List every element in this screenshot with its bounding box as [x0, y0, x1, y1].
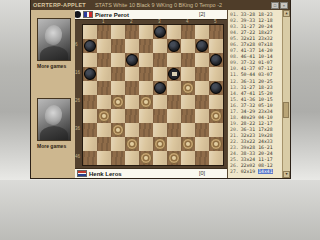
move-w-21[interactable]: 32x23 [241, 133, 255, 138]
draughts-board [82, 24, 224, 166]
move-w-26[interactable]: 22x02 [241, 163, 255, 168]
move-n-26[interactable]: 26. [230, 163, 239, 168]
move-n-5[interactable]: 05. [230, 36, 239, 41]
move-b-26[interactable]: 08-12 [258, 163, 272, 168]
white-man-square-28[interactable] [140, 96, 152, 108]
board-square-light [195, 25, 209, 39]
move-n-15[interactable]: 15. [230, 97, 239, 102]
move-w-1[interactable]: 33-28 [241, 12, 255, 17]
move-b-17[interactable]: 23x34 [258, 109, 272, 114]
move-b-25[interactable]: 11-17 [258, 157, 272, 162]
restore-window-button[interactable]: □ [271, 2, 279, 9]
board-square-light [97, 151, 111, 165]
board-square-17[interactable] [111, 67, 125, 81]
move-n-23[interactable]: 23. [230, 145, 239, 150]
board-square-9[interactable] [167, 39, 181, 53]
move-w-5[interactable]: 32x21 [241, 36, 255, 41]
move-n-24[interactable]: 24. [230, 151, 239, 156]
row-label-26: 26 [75, 99, 80, 103]
board-square-light [209, 67, 223, 81]
move-b-24[interactable]: 20-24 [258, 151, 272, 156]
board-square-light [181, 95, 195, 109]
board-square-34[interactable] [181, 109, 195, 123]
window-title: OERTERP-APPLET [33, 2, 86, 8]
board-square-1[interactable] [97, 25, 111, 39]
move-b-14[interactable]: 15-20 [258, 91, 272, 96]
move-b-22[interactable]: 24x33 [258, 139, 272, 144]
board-square-26[interactable] [83, 95, 97, 109]
move-b-20[interactable]: 17x28 [258, 127, 272, 132]
board-square-light [83, 25, 97, 39]
move-list-scrollbar[interactable]: ▲ ▼ [282, 10, 290, 178]
board-square-16[interactable] [83, 67, 97, 81]
move-b-1[interactable]: 18-23 [258, 12, 272, 17]
board-square-light [139, 81, 153, 95]
player-bar-top: Pierre Perot [2] [75, 10, 227, 20]
move-n-21[interactable]: 21. [230, 133, 239, 138]
player-name-top: Pierre Perot [95, 12, 129, 18]
board-square-5[interactable] [209, 25, 223, 39]
board-square-light [111, 25, 125, 39]
board-square-light [97, 95, 111, 109]
board-square-15[interactable] [209, 53, 223, 67]
board-square-47[interactable] [111, 151, 125, 165]
sidebar: More games More games [31, 10, 75, 178]
column-label-1: 1 [102, 20, 105, 24]
board-square-36[interactable] [83, 123, 97, 137]
player-photo-top [37, 18, 71, 61]
board-square-19[interactable] [167, 67, 181, 81]
board-square-28[interactable] [139, 95, 153, 109]
move-w-8[interactable]: 46-41 [241, 54, 255, 59]
board-square-35[interactable] [209, 109, 223, 123]
move-w-6[interactable]: 37x28 [241, 42, 255, 47]
board-square-light [97, 67, 111, 81]
board-square-light [125, 95, 139, 109]
applet-content: More games More games Pierre Perot [2] 1… [31, 10, 290, 178]
move-b-21[interactable]: 19x28 [258, 133, 272, 138]
board-square-18[interactable] [139, 67, 153, 81]
row-label-36: 36 [75, 127, 80, 131]
black-man-square-10[interactable] [196, 40, 208, 52]
white-man-square-45[interactable] [210, 138, 222, 150]
move-w-22[interactable]: 33x22 [241, 139, 255, 144]
board-square-light [125, 151, 139, 165]
black-man-square-25[interactable] [210, 82, 222, 94]
board-square-light [167, 137, 181, 151]
move-w-11[interactable]: 50-44 [241, 72, 255, 77]
board-square-light [139, 53, 153, 67]
board-square-light [111, 109, 125, 123]
scroll-up-icon[interactable]: ▲ [283, 10, 290, 17]
player-score-bottom: [0] [199, 170, 205, 176]
move-b-10[interactable]: 07-12 [258, 66, 272, 71]
board-square-14[interactable] [181, 53, 195, 67]
player-score-top: [2] [199, 11, 205, 17]
black-man-square-15[interactable] [210, 54, 222, 66]
white-man-square-27[interactable] [112, 96, 124, 108]
france-flag-icon [83, 11, 93, 18]
move-b-16[interactable]: 05-10 [258, 103, 272, 108]
board-square-38[interactable] [139, 123, 153, 137]
move-n-6[interactable]: 06. [230, 42, 239, 47]
board-square-light [111, 53, 125, 67]
move-n-20[interactable]: 20. [230, 127, 239, 132]
column-label-3: 3 [158, 20, 161, 24]
board-square-light [125, 67, 139, 81]
move-w-18[interactable]: 40x29 [241, 115, 255, 120]
column-label-5: 5 [214, 20, 217, 24]
board-square-8[interactable] [139, 39, 153, 53]
board-square-30[interactable] [195, 95, 209, 109]
move-n-17[interactable]: 17. [230, 109, 239, 114]
board-square-20[interactable] [195, 67, 209, 81]
board-square-light [167, 109, 181, 123]
move-n-2[interactable]: 02. [230, 18, 239, 23]
white-man-square-44[interactable] [182, 138, 194, 150]
black-man-square-12[interactable] [126, 54, 138, 66]
board-square-light [209, 151, 223, 165]
move-w-9[interactable]: 37-32 [241, 60, 255, 65]
column-label-2: 2 [130, 20, 133, 24]
board-square-29[interactable] [167, 95, 181, 109]
move-n-22[interactable]: 22. [230, 139, 239, 144]
board-square-46[interactable] [83, 151, 97, 165]
board-square-light [167, 81, 181, 95]
board-frame: 12345616263646 [75, 20, 227, 168]
player-photo-bottom [37, 98, 71, 141]
board-square-31[interactable] [97, 109, 111, 123]
move-n-14[interactable]: 14. [230, 91, 239, 96]
board-square-light [153, 39, 167, 53]
board-square-2[interactable] [125, 25, 139, 39]
board-square-22[interactable] [125, 81, 139, 95]
white-man-square-48[interactable] [140, 152, 152, 164]
black-man-square-6[interactable] [84, 40, 96, 52]
move-w-23[interactable]: 39x28 [241, 145, 255, 150]
board-square-light [209, 39, 223, 53]
move-n-7[interactable]: 07. [230, 48, 239, 53]
move-w-17[interactable]: 34-29 [241, 109, 255, 114]
board-square-light [181, 151, 195, 165]
board-square-light [195, 109, 209, 123]
move-w-15[interactable]: 41-36 [241, 97, 255, 102]
move-b-9[interactable]: 01-07 [258, 60, 272, 65]
move-n-12[interactable]: 12. [230, 79, 239, 84]
board-square-37[interactable] [111, 123, 125, 137]
board-square-6[interactable] [83, 39, 97, 53]
white-man-square-31[interactable] [98, 110, 110, 122]
board-square-light [111, 137, 125, 151]
board-square-light [153, 95, 167, 109]
board-square-43[interactable] [153, 137, 167, 151]
board-square-40[interactable] [195, 123, 209, 137]
board-square-light [181, 123, 195, 137]
close-window-button[interactable]: × [280, 2, 288, 9]
move-n-4[interactable]: 04. [230, 30, 239, 35]
move-b-15[interactable]: 10-15 [258, 97, 272, 102]
board-square-25[interactable] [209, 81, 223, 95]
board-square-12[interactable] [125, 53, 139, 67]
board-square-light [209, 123, 223, 137]
move-n-9[interactable]: 09. [230, 60, 239, 65]
black-man-square-16[interactable] [84, 68, 96, 80]
move-w-27[interactable]: 02x19 [241, 169, 255, 174]
white-man-square-49[interactable] [168, 152, 180, 164]
board-square-light [153, 123, 167, 137]
board-square-light [209, 95, 223, 109]
move-list: ▲ ▼ 01.33-2818-2302.39-3312-1803.31-2720… [227, 10, 290, 178]
draughts-applet-window: OERTERP-APPLET STATS White 10 Black 9 WK… [30, 0, 291, 179]
move-n-27[interactable]: 27. [230, 169, 239, 174]
board-square-10[interactable] [195, 39, 209, 53]
black-man-square-9[interactable] [168, 40, 180, 52]
move-b-7[interactable]: 14-20 [258, 48, 272, 53]
move-w-3[interactable]: 31-27 [241, 24, 255, 29]
white-man-square-24[interactable] [182, 82, 194, 94]
move-b-5[interactable]: 23x32 [258, 36, 272, 41]
move-w-14[interactable]: 47-41 [241, 91, 255, 96]
move-w-10[interactable]: 41-37 [241, 66, 255, 71]
netherlands-flag-icon [77, 170, 87, 177]
row-label-46: 46 [75, 155, 80, 159]
move-n-8[interactable]: 08. [230, 54, 239, 59]
stats-readout: STATS White 10 Black 9 WKing 0 BKing 0 T… [95, 2, 270, 8]
move-n-10[interactable]: 10. [230, 66, 239, 71]
row-label-6: 6 [75, 43, 78, 47]
board-square-light [97, 123, 111, 137]
column-label-4: 4 [186, 20, 189, 24]
player-bar-bottom: Henk Leros [0] [75, 168, 227, 178]
board-square-light [181, 39, 195, 53]
move-n-3[interactable]: 03. [230, 24, 239, 29]
board-square-4[interactable] [181, 25, 195, 39]
board-square-48[interactable] [139, 151, 153, 165]
board-square-23[interactable] [153, 81, 167, 95]
board-square-33[interactable] [153, 109, 167, 123]
black-man-square-3[interactable] [154, 26, 166, 38]
move-w-13[interactable]: 31-27 [241, 85, 255, 90]
board-square-light [139, 137, 153, 151]
more-games-link-top[interactable]: More games [37, 63, 75, 69]
move-n-13[interactable]: 13. [230, 85, 239, 90]
white-man-square-35[interactable] [210, 110, 222, 122]
scrollbar-thumb[interactable] [283, 102, 289, 118]
board-square-13[interactable] [153, 53, 167, 67]
move-b-6[interactable]: 07x18 [258, 42, 272, 47]
board-square-light [83, 109, 97, 123]
board-square-44[interactable] [181, 137, 195, 151]
move-w-25[interactable]: 33x24 [241, 157, 255, 162]
move-n-25[interactable]: 25. [230, 157, 239, 162]
board-square-light [181, 67, 195, 81]
board-square-light [195, 53, 209, 67]
board-square-light [153, 67, 167, 81]
move-w-2[interactable]: 39-33 [241, 18, 255, 23]
board-square-3[interactable] [153, 25, 167, 39]
more-games-link-bottom[interactable]: More games [37, 143, 75, 149]
board-square-49[interactable] [167, 151, 181, 165]
turn-indicator-black-icon [75, 11, 81, 18]
move-b-12[interactable]: 20-25 [258, 79, 272, 84]
move-b-11[interactable]: 03-07 [258, 72, 272, 77]
move-line-27[interactable]: 27.02x1914x41 [230, 169, 281, 175]
move-n-18[interactable]: 18. [230, 115, 239, 120]
board-square-27[interactable] [111, 95, 125, 109]
move-w-4[interactable]: 27-22 [241, 30, 255, 35]
player-name-bottom: Henk Leros [89, 171, 122, 177]
board-square-light [83, 137, 97, 151]
board-square-light [83, 53, 97, 67]
board-square-light [195, 81, 209, 95]
move-b-2[interactable]: 12-18 [258, 18, 272, 23]
board-square-light [111, 81, 125, 95]
board-square-39[interactable] [167, 123, 181, 137]
white-man-square-37[interactable] [112, 124, 124, 136]
move-n-11[interactable]: 11. [230, 72, 239, 77]
move-b-18[interactable]: 04-10 [258, 115, 272, 120]
move-n-19[interactable]: 19. [230, 121, 239, 126]
scroll-down-icon[interactable]: ▼ [283, 171, 290, 178]
title-bar: OERTERP-APPLET STATS White 10 Black 9 WK… [31, 0, 290, 10]
board-square-light [167, 25, 181, 39]
board-square-light [139, 25, 153, 39]
move-b-23[interactable]: 16-21 [258, 145, 272, 150]
move-b-3[interactable]: 20-24 [258, 24, 272, 29]
board-square-light [195, 137, 209, 151]
white-man-square-42[interactable] [126, 138, 138, 150]
move-w-16[interactable]: 37-32 [241, 103, 255, 108]
move-b-13[interactable]: 18-23 [258, 85, 272, 90]
board-square-light [167, 53, 181, 67]
board-square-11[interactable] [97, 53, 111, 67]
move-n-1[interactable]: 01. [230, 12, 239, 17]
move-b-19[interactable]: 12-17 [258, 121, 272, 126]
board-square-24[interactable] [181, 81, 195, 95]
board-square-light [97, 39, 111, 53]
board-square-7[interactable] [111, 39, 125, 53]
move-b-8[interactable]: 10-14 [258, 54, 272, 59]
move-w-20[interactable]: 36-31 [241, 127, 255, 132]
move-w-7[interactable]: 41-37 [241, 48, 255, 53]
board-square-light [125, 123, 139, 137]
board-square-50[interactable] [195, 151, 209, 165]
move-w-24[interactable]: 38-33 [241, 151, 255, 156]
board-square-light [83, 81, 97, 95]
board-panel: Pierre Perot [2] 12345616263646 Henk Ler… [75, 10, 227, 178]
board-square-41[interactable] [97, 137, 111, 151]
white-man-square-43[interactable] [154, 138, 166, 150]
move-n-16[interactable]: 16. [230, 103, 239, 108]
move-w-12[interactable]: 36-31 [241, 79, 255, 84]
black-king-square-19[interactable] [168, 68, 180, 80]
board-square-21[interactable] [97, 81, 111, 95]
board-square-light [139, 109, 153, 123]
move-b-4[interactable]: 18x27 [258, 30, 272, 35]
board-square-32[interactable] [125, 109, 139, 123]
move-w-19[interactable]: 28-22 [241, 121, 255, 126]
board-square-45[interactable] [209, 137, 223, 151]
move-b-27[interactable]: 14x41 [258, 169, 272, 174]
black-man-square-23[interactable] [154, 82, 166, 94]
row-label-16: 16 [75, 71, 80, 75]
board-square-light [125, 39, 139, 53]
board-square-light [153, 151, 167, 165]
board-square-42[interactable] [125, 137, 139, 151]
